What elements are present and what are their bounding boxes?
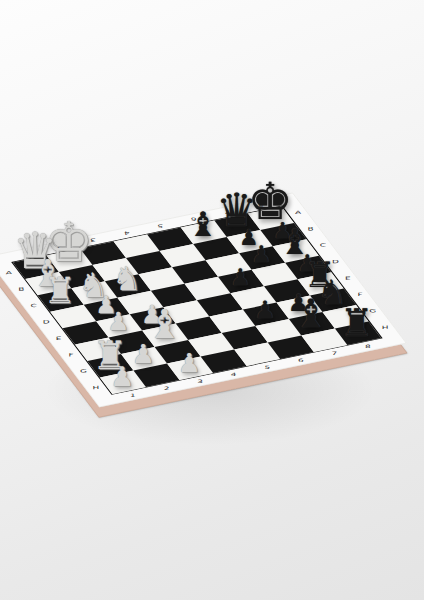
file-label-right-C: C (316, 242, 330, 249)
product-photo-stage: AA11BB22CC33DD44EE55FF66GG77HH88 ♛♚♝♜♞♞♟… (0, 0, 424, 600)
file-label-right-F: F (353, 291, 367, 298)
piece-white-pawn-g2[interactable]: ♟ (132, 342, 155, 367)
piece-white-rook-c1[interactable]: ♜ (44, 274, 76, 308)
rank-label-near-4: 4 (227, 371, 241, 378)
rank-label-near-1: 1 (126, 392, 140, 399)
file-label-left-D: D (39, 319, 53, 326)
rank-label-near-6: 6 (294, 357, 308, 364)
file-label-left-F: F (64, 351, 78, 358)
file-label-right-H: H (378, 324, 392, 331)
rank-label-far-4: 4 (120, 229, 134, 236)
rank-label-near-3: 3 (193, 378, 207, 385)
file-label-left-E: E (52, 335, 66, 342)
rank-label-near-2: 2 (160, 385, 174, 392)
file-label-left-B: B (14, 286, 28, 293)
piece-white-knight-c3[interactable]: ♞ (112, 263, 142, 294)
piece-black-pawn-d6[interactable]: ♟ (230, 267, 251, 289)
file-label-right-A: A (291, 209, 305, 216)
file-label-left-C: C (27, 302, 41, 309)
piece-white-pawn-h1[interactable]: ♟ (110, 364, 134, 390)
rank-label-near-7: 7 (327, 350, 341, 357)
piece-black-bishop-g7[interactable]: ♝ (294, 295, 329, 332)
piece-black-rook-h8[interactable]: ♜ (340, 305, 374, 341)
piece-black-bishop-a6[interactable]: ♝ (188, 208, 218, 240)
file-label-left-H: H (89, 384, 103, 391)
piece-white-pawn-h3[interactable]: ♟ (178, 351, 201, 376)
piece-white-bishop-f3[interactable]: ♝ (146, 305, 182, 343)
rank-label-far-5: 5 (153, 222, 167, 229)
piece-black-pawn-f6[interactable]: ♟ (254, 299, 276, 322)
file-label-left-G: G (76, 368, 90, 375)
rank-label-near-5: 5 (260, 364, 274, 371)
piece-white-pawn-e2[interactable]: ♟ (107, 310, 129, 334)
piece-black-pawn-c7[interactable]: ♟ (251, 244, 272, 266)
